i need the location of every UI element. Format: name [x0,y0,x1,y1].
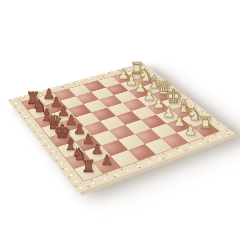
chess-set-scene [0,0,240,240]
chess-board [8,63,236,193]
board-grid [22,69,219,181]
chess-set-product-photo: ♜♞♝♛♚♝♞♜♟♟♟♟♟♟♟♟♟♟♟♟♟♟♟♟♜♞♝♛♚♝♞♜ [0,0,240,240]
